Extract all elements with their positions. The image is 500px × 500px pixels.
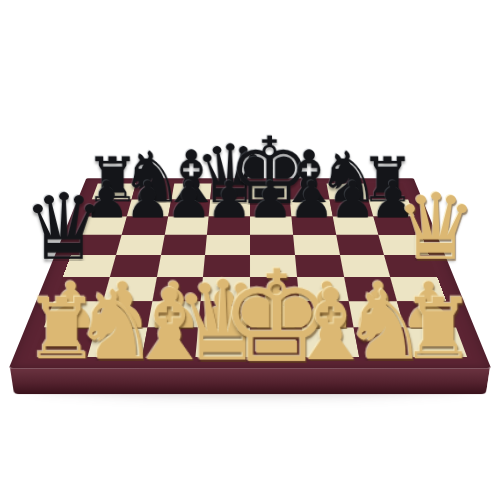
square-b5[interactable] bbox=[116, 235, 165, 255]
square-d6[interactable] bbox=[207, 216, 250, 235]
square-c6[interactable] bbox=[164, 216, 209, 235]
chess-set-photo: ♜♞♝♛♚♝♞♜♟♟♟♟♟♟♟♟♟♟♟♟♟♟♟♟♜♞♝♛♚♝♞♜ ♛ ♛ bbox=[0, 0, 500, 500]
square-g6[interactable] bbox=[332, 216, 378, 235]
square-g5[interactable] bbox=[336, 235, 385, 255]
square-e6[interactable] bbox=[250, 216, 293, 235]
square-b6[interactable] bbox=[121, 216, 167, 235]
chess-board: ♜♞♝♛♚♝♞♜♟♟♟♟♟♟♟♟♟♟♟♟♟♟♟♟♜♞♝♛♚♝♞♜ ♛ ♛ bbox=[9, 178, 491, 368]
square-h1[interactable]: ♜ bbox=[405, 328, 468, 357]
square-c5[interactable] bbox=[161, 235, 208, 255]
white-rook-h1[interactable]: ♜ bbox=[339, 287, 500, 371]
square-f6[interactable] bbox=[291, 216, 336, 235]
board-scene: ♜♞♝♛♚♝♞♜♟♟♟♟♟♟♟♟♟♟♟♟♟♟♟♟♜♞♝♛♚♝♞♜ ♛ ♛ bbox=[55, 60, 445, 450]
board-front-edge bbox=[10, 368, 490, 394]
